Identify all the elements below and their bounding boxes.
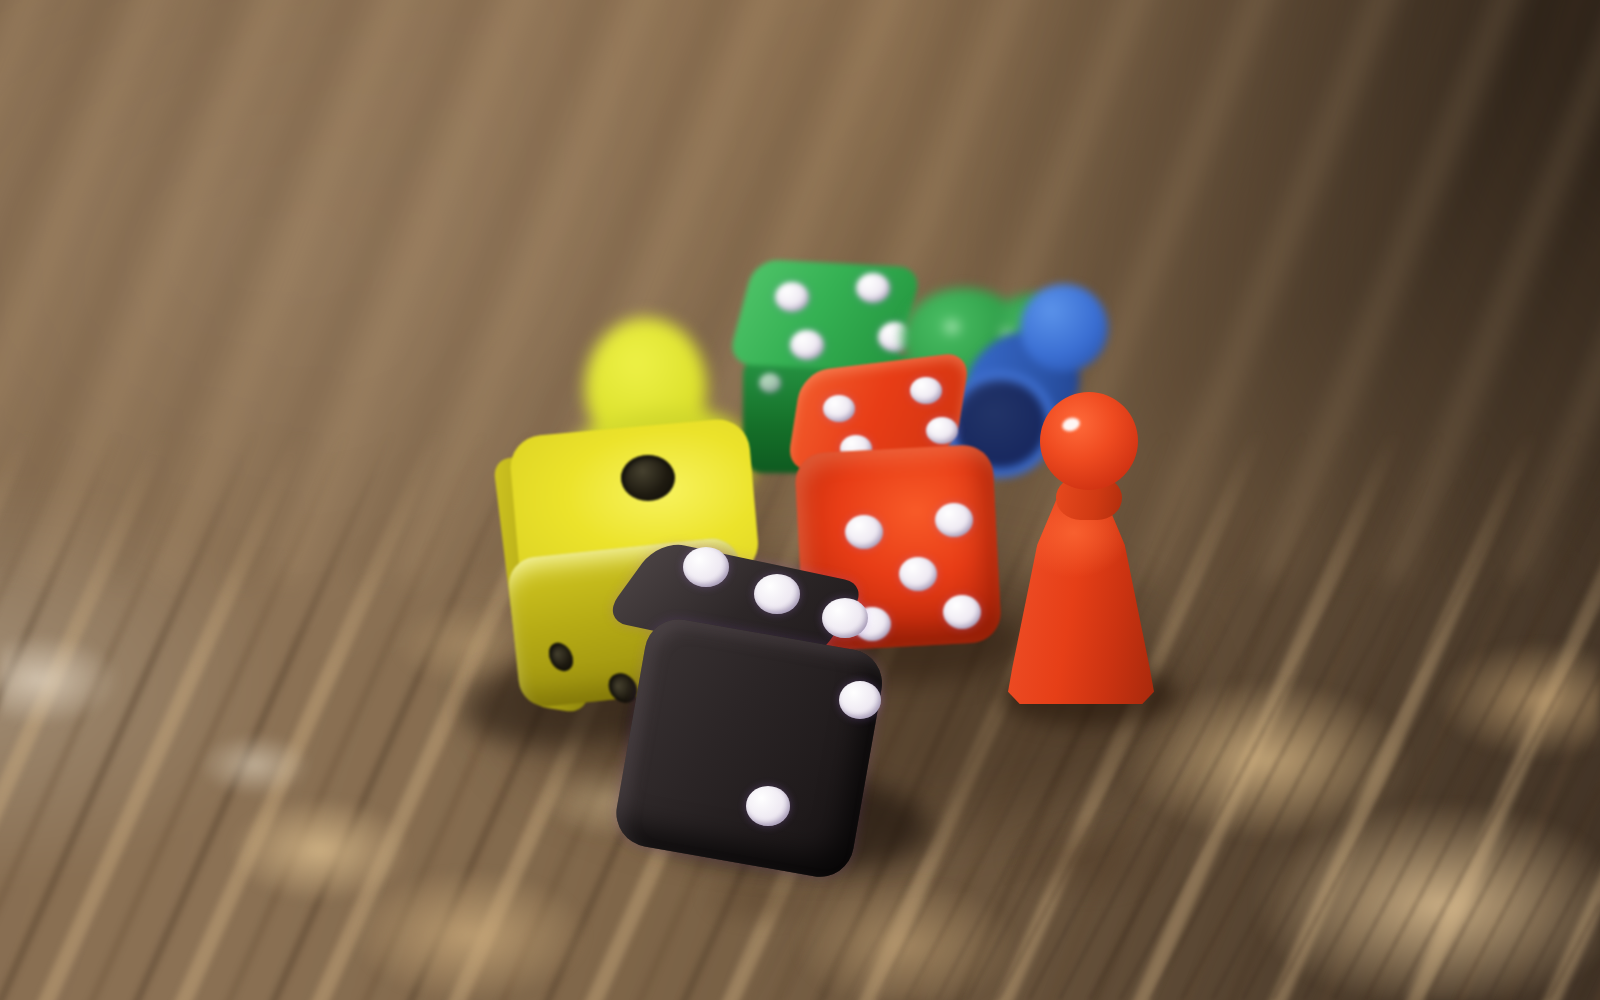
- black-die-pip: [822, 598, 868, 638]
- black-die-pip: [754, 574, 800, 614]
- black-die: [645, 530, 897, 838]
- yellow-die-pip-one: [621, 455, 675, 501]
- red-die-pip: [899, 557, 937, 591]
- black-die-front-face-two: [611, 614, 887, 882]
- red-die-pip: [926, 417, 958, 444]
- green-die-top-face: [727, 259, 923, 372]
- red-pawn: [1000, 388, 1160, 708]
- green-die-partial-pip: [759, 373, 781, 393]
- red-pawn-body: [1008, 500, 1154, 704]
- blue-pawn-head: [1020, 284, 1108, 372]
- red-die-pip: [935, 503, 973, 537]
- red-die-pip: [943, 595, 981, 629]
- green-die-pip: [775, 282, 809, 312]
- green-die-pip: [856, 273, 890, 303]
- green-die-pip: [790, 330, 824, 360]
- red-pawn-head: [1040, 392, 1138, 490]
- red-die-pip: [823, 395, 855, 422]
- black-die-pip: [839, 681, 881, 719]
- red-die-pip: [910, 377, 942, 404]
- black-die-pip: [746, 786, 790, 826]
- tabletop-photo: [0, 0, 1600, 1000]
- black-die-pip: [683, 547, 729, 587]
